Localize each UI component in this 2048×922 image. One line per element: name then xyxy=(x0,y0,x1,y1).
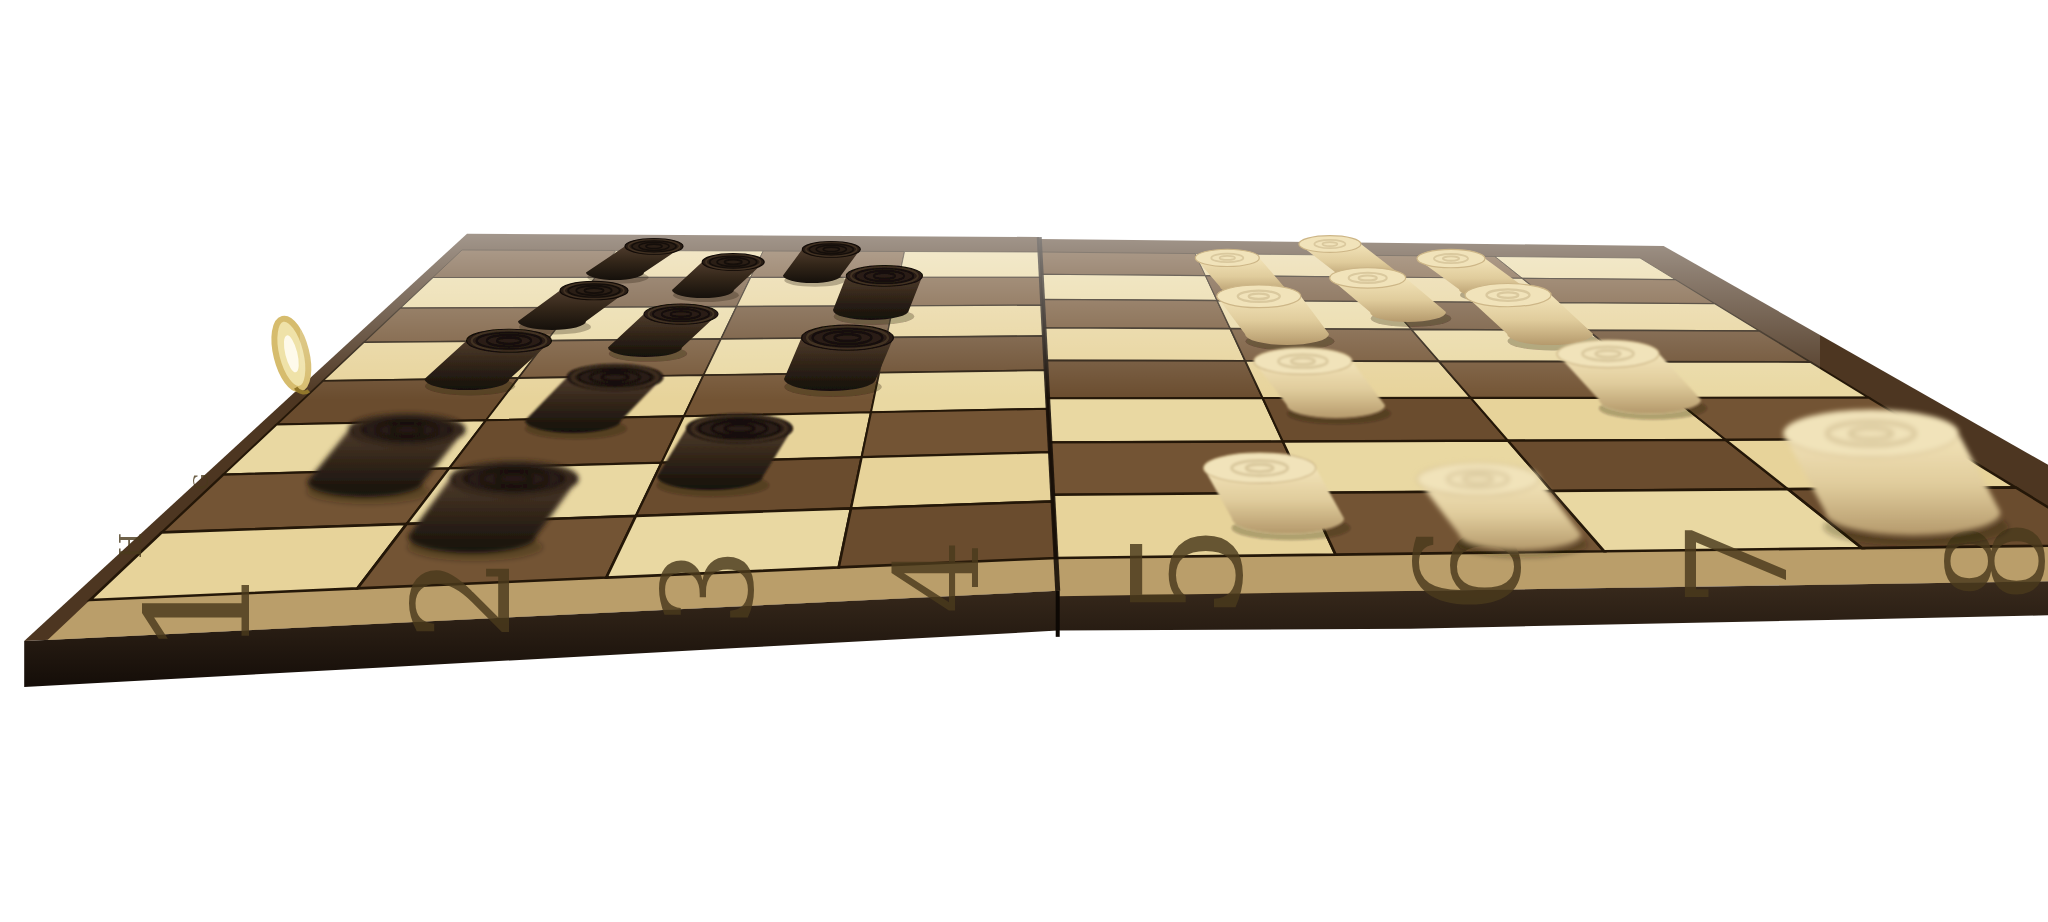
piece-top xyxy=(1465,284,1551,307)
piece-top xyxy=(1217,285,1301,308)
piece-top xyxy=(1417,249,1485,267)
checkers-board-scene: 12345678HG xyxy=(0,0,2048,922)
piece-top xyxy=(1417,463,1539,496)
coord-number-3: 3 xyxy=(636,547,782,627)
square-F5 xyxy=(1048,398,1283,442)
coord-number-5: 5 xyxy=(1101,524,1277,620)
piece-top xyxy=(1299,236,1361,253)
piece-top xyxy=(1195,249,1259,266)
coord-number-2: 2 xyxy=(384,556,541,641)
coord-letter-H: H xyxy=(113,533,148,559)
piece-dark-D3 xyxy=(833,266,922,325)
piece-top xyxy=(1557,340,1659,368)
coord-letter-G: G xyxy=(189,473,213,490)
coord-number-7: 7 xyxy=(1657,520,1819,609)
coord-number-1: 1 xyxy=(115,564,283,656)
square-F4 xyxy=(862,409,1051,458)
square-G4 xyxy=(851,452,1053,508)
piece-top xyxy=(1784,410,1959,457)
piece-top xyxy=(1204,453,1316,483)
board-photo: 12345678HG xyxy=(0,0,2048,922)
coord-number-4: 4 xyxy=(870,540,1006,614)
piece-top xyxy=(1330,268,1406,289)
piece-top xyxy=(1254,348,1352,374)
